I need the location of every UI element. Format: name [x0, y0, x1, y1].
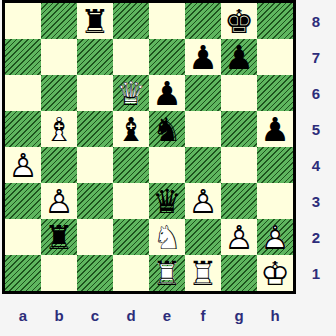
piece-black-pawn[interactable]: ♟ [149, 75, 185, 111]
piece-white-pawn[interactable]: ♟ [221, 219, 257, 255]
piece-black-pawn[interactable]: ♟ [221, 39, 257, 75]
piece-white-pawn-outline: ♙ [257, 219, 293, 255]
square-g6[interactable] [221, 75, 257, 111]
square-e5[interactable]: ♞ [149, 111, 185, 147]
piece-black-bishop[interactable]: ♝ [113, 111, 149, 147]
square-f5[interactable] [185, 111, 221, 147]
piece-white-pawn[interactable]: ♟ [5, 147, 41, 183]
file-label-g: g [221, 307, 257, 324]
chess-board: ♜♚♟♟♛♕♟♝♗♝♞♟♟♙♟♙♛♟♙♜♞♘♟♙♟♙♜♖♜♖♚♔ [2, 0, 296, 294]
square-g5[interactable] [221, 111, 257, 147]
piece-black-queen[interactable]: ♛ [149, 183, 185, 219]
square-a4[interactable]: ♟♙ [5, 147, 41, 183]
square-e7[interactable] [149, 39, 185, 75]
square-g4[interactable] [221, 147, 257, 183]
square-c1[interactable] [77, 255, 113, 291]
square-a8[interactable] [5, 3, 41, 39]
square-g7[interactable]: ♟ [221, 39, 257, 75]
square-d8[interactable] [113, 3, 149, 39]
piece-black-knight[interactable]: ♞ [149, 111, 185, 147]
square-b2[interactable]: ♜ [41, 219, 77, 255]
square-c6[interactable] [77, 75, 113, 111]
piece-white-rook-outline: ♖ [149, 255, 185, 291]
file-labels: abcdefgh [5, 294, 293, 336]
rank-labels: 87654321 [296, 3, 336, 291]
square-c5[interactable] [77, 111, 113, 147]
square-a1[interactable] [5, 255, 41, 291]
piece-white-knight[interactable]: ♞ [149, 219, 185, 255]
square-d7[interactable] [113, 39, 149, 75]
rank-label-5: 5 [296, 111, 336, 147]
square-d2[interactable] [113, 219, 149, 255]
file-label-c: c [77, 307, 113, 324]
file-label-d: d [113, 307, 149, 324]
square-f8[interactable] [185, 3, 221, 39]
square-g8[interactable]: ♚ [221, 3, 257, 39]
square-f6[interactable] [185, 75, 221, 111]
square-e4[interactable] [149, 147, 185, 183]
square-b1[interactable] [41, 255, 77, 291]
file-label-f: f [185, 307, 221, 324]
square-h3[interactable] [257, 183, 293, 219]
square-g1[interactable] [221, 255, 257, 291]
square-b8[interactable] [41, 3, 77, 39]
square-c7[interactable] [77, 39, 113, 75]
square-d6[interactable]: ♛♕ [113, 75, 149, 111]
square-b7[interactable] [41, 39, 77, 75]
piece-white-king[interactable]: ♚ [257, 255, 293, 291]
square-c2[interactable] [77, 219, 113, 255]
square-f1[interactable]: ♜♖ [185, 255, 221, 291]
piece-black-pawn[interactable]: ♟ [185, 39, 221, 75]
square-c4[interactable] [77, 147, 113, 183]
piece-white-pawn[interactable]: ♟ [257, 219, 293, 255]
square-d3[interactable] [113, 183, 149, 219]
piece-black-rook[interactable]: ♜ [41, 219, 77, 255]
rank-label-7: 7 [296, 39, 336, 75]
piece-white-queen-outline: ♕ [113, 75, 149, 111]
square-h1[interactable]: ♚♔ [257, 255, 293, 291]
piece-white-pawn[interactable]: ♟ [41, 183, 77, 219]
file-label-a: a [5, 307, 41, 324]
square-b3[interactable]: ♟♙ [41, 183, 77, 219]
square-h2[interactable]: ♟♙ [257, 219, 293, 255]
square-f4[interactable] [185, 147, 221, 183]
square-f2[interactable] [185, 219, 221, 255]
square-g2[interactable]: ♟♙ [221, 219, 257, 255]
piece-white-rook-outline: ♖ [185, 255, 221, 291]
square-b5[interactable]: ♝♗ [41, 111, 77, 147]
square-d4[interactable] [113, 147, 149, 183]
square-f3[interactable]: ♟♙ [185, 183, 221, 219]
piece-white-pawn-outline: ♙ [5, 147, 41, 183]
square-f7[interactable]: ♟ [185, 39, 221, 75]
rank-label-1: 1 [296, 255, 336, 291]
square-h7[interactable] [257, 39, 293, 75]
square-a6[interactable] [5, 75, 41, 111]
square-e1[interactable]: ♜♖ [149, 255, 185, 291]
square-a3[interactable] [5, 183, 41, 219]
square-a7[interactable] [5, 39, 41, 75]
square-e6[interactable]: ♟ [149, 75, 185, 111]
rank-label-2: 2 [296, 219, 336, 255]
square-d1[interactable] [113, 255, 149, 291]
piece-white-bishop[interactable]: ♝ [41, 111, 77, 147]
piece-white-king-outline: ♔ [257, 255, 293, 291]
piece-black-king[interactable]: ♚ [221, 3, 257, 39]
chess-diagram: ♜♚♟♟♛♕♟♝♗♝♞♟♟♙♟♙♛♟♙♜♞♘♟♙♟♙♜♖♜♖♚♔ abcdefg… [0, 0, 336, 336]
piece-white-rook[interactable]: ♜ [149, 255, 185, 291]
square-g3[interactable] [221, 183, 257, 219]
rank-label-8: 8 [296, 3, 336, 39]
piece-white-knight-outline: ♘ [149, 219, 185, 255]
piece-white-pawn[interactable]: ♟ [185, 183, 221, 219]
square-h6[interactable] [257, 75, 293, 111]
square-a2[interactable] [5, 219, 41, 255]
square-e8[interactable] [149, 3, 185, 39]
square-c8[interactable]: ♜ [77, 3, 113, 39]
square-e3[interactable]: ♛ [149, 183, 185, 219]
square-h8[interactable] [257, 3, 293, 39]
square-b4[interactable] [41, 147, 77, 183]
square-b6[interactable] [41, 75, 77, 111]
file-label-h: h [257, 307, 293, 324]
piece-white-pawn-outline: ♙ [185, 183, 221, 219]
piece-white-rook[interactable]: ♜ [185, 255, 221, 291]
square-e2[interactable]: ♞♘ [149, 219, 185, 255]
piece-black-rook[interactable]: ♜ [77, 3, 113, 39]
square-a5[interactable] [5, 111, 41, 147]
piece-white-bishop-outline: ♗ [41, 111, 77, 147]
square-c3[interactable] [77, 183, 113, 219]
piece-white-pawn-outline: ♙ [41, 183, 77, 219]
piece-white-queen[interactable]: ♛ [113, 75, 149, 111]
square-d5[interactable]: ♝ [113, 111, 149, 147]
piece-white-pawn-outline: ♙ [221, 219, 257, 255]
rank-label-3: 3 [296, 183, 336, 219]
rank-label-6: 6 [296, 75, 336, 111]
square-h5[interactable]: ♟ [257, 111, 293, 147]
file-label-b: b [41, 307, 77, 324]
piece-black-pawn[interactable]: ♟ [257, 111, 293, 147]
file-label-e: e [149, 307, 185, 324]
square-h4[interactable] [257, 147, 293, 183]
rank-label-4: 4 [296, 147, 336, 183]
